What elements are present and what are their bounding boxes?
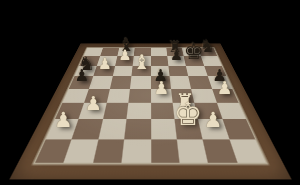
square-c3[interactable]: [103, 103, 129, 120]
piece-black-king-g7[interactable]: ♚: [184, 41, 204, 63]
square-d3[interactable]: [127, 103, 151, 120]
piece-white-pawn-g2[interactable]: ♟: [204, 110, 223, 131]
square-c6[interactable]: [113, 66, 133, 77]
piece-white-pawn-b3[interactable]: ♟: [85, 94, 102, 113]
piece-white-pawn-a2[interactable]: ♟: [54, 110, 73, 131]
piece-white-pawn-h4[interactable]: ♟: [217, 80, 233, 98]
square-e3[interactable]: [151, 103, 175, 120]
square-e2[interactable]: [151, 119, 177, 139]
square-d2[interactable]: [124, 119, 150, 139]
square-e8[interactable]: [151, 48, 168, 56]
piece-white-king-f2[interactable]: ♚: [174, 100, 203, 132]
square-d5[interactable]: [130, 76, 150, 88]
square-c5[interactable]: [110, 76, 132, 88]
piece-white-pawn-c7[interactable]: ♟: [118, 49, 131, 63]
piece-white-pawn-b6[interactable]: ♟: [98, 58, 112, 73]
square-e1[interactable]: [151, 139, 180, 163]
chess-scene: ♝♜♞♟♟♚♞♟♝♟♟♟♟♟♟♜♟♚♟: [0, 0, 300, 185]
square-d4[interactable]: [129, 89, 151, 103]
piece-white-pawn-e4[interactable]: ♟: [153, 80, 169, 98]
square-c1[interactable]: [93, 139, 125, 163]
piece-black-pawn-f7[interactable]: ♟: [170, 49, 183, 63]
square-c4[interactable]: [107, 89, 131, 103]
piece-black-pawn-a5[interactable]: ♟: [75, 68, 90, 84]
square-h2[interactable]: [222, 119, 255, 139]
square-e7[interactable]: [151, 56, 169, 65]
piece-white-bishop-d6[interactable]: ♝: [133, 53, 151, 73]
square-c2[interactable]: [98, 119, 126, 139]
square-d1[interactable]: [122, 139, 151, 163]
